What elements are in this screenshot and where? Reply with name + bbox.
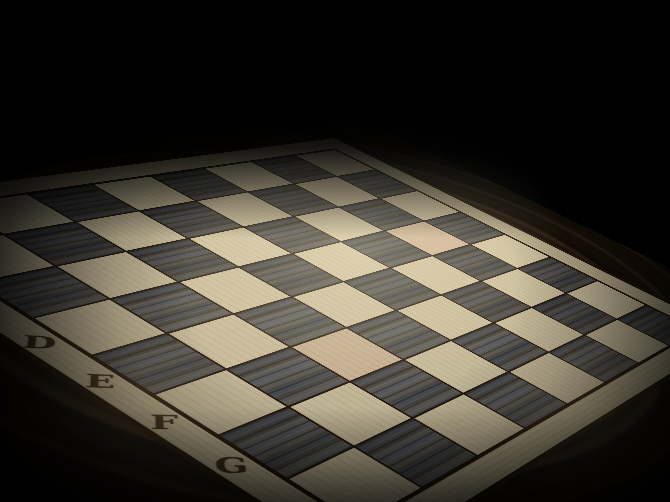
scene: DEFG bbox=[0, 0, 670, 502]
file-label-d: D bbox=[21, 333, 57, 351]
file-labels: DEFG bbox=[0, 104, 670, 502]
file-label-e: E bbox=[85, 372, 116, 391]
file-label-g: G bbox=[214, 455, 250, 476]
file-label-f: F bbox=[150, 412, 179, 432]
chessboard: DEFG bbox=[0, 104, 670, 502]
